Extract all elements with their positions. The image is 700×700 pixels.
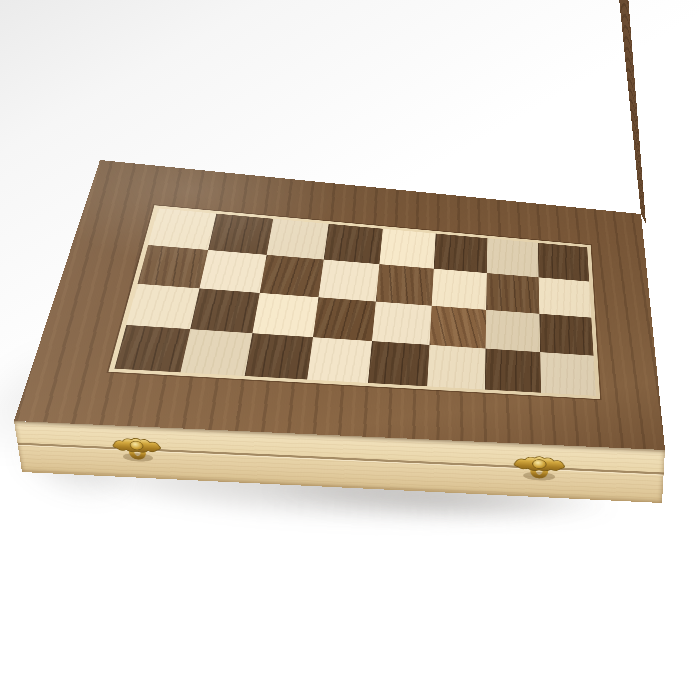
brass-latch-right <box>510 453 568 484</box>
board-top-face <box>14 160 665 450</box>
board-square <box>180 329 252 376</box>
board-square <box>208 214 273 255</box>
board-square <box>429 306 486 349</box>
board-square <box>114 325 190 372</box>
brass-latch-left <box>108 435 166 465</box>
board-square <box>376 264 434 306</box>
board-square <box>432 269 487 310</box>
board-square <box>148 208 216 250</box>
product-photo-chess-box <box>0 0 700 700</box>
board-square <box>307 337 372 383</box>
board-square <box>427 345 485 390</box>
board-square <box>539 314 593 356</box>
board-square <box>190 288 260 333</box>
board-square <box>372 302 432 345</box>
board-square <box>538 243 589 282</box>
board-square <box>434 234 488 274</box>
board-square <box>368 341 430 386</box>
board-square <box>267 219 329 260</box>
board-square <box>485 349 541 393</box>
board-square <box>539 277 592 317</box>
board-square <box>260 255 324 297</box>
board-square <box>487 238 539 277</box>
board-square <box>199 250 266 293</box>
board-square <box>324 224 383 264</box>
board-square <box>313 297 376 341</box>
board-square <box>486 273 539 314</box>
board-square <box>379 229 435 269</box>
board-square <box>486 310 541 352</box>
board-square <box>540 352 596 396</box>
board-square <box>138 245 209 288</box>
latch-graphic <box>510 453 568 484</box>
board-square <box>252 293 318 337</box>
board-square <box>318 260 379 302</box>
board-square <box>126 284 199 329</box>
board-square <box>245 333 313 379</box>
latch-graphic <box>108 435 166 465</box>
